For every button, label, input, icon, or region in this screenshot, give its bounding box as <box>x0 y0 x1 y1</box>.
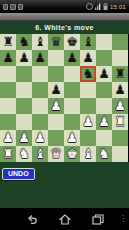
square-g8[interactable] <box>96 34 112 50</box>
square-e1[interactable]: ♚ <box>64 146 80 162</box>
square-c2[interactable]: ♟ <box>32 130 48 146</box>
square-d5[interactable]: ♟ <box>48 82 64 98</box>
square-b3[interactable] <box>16 114 32 130</box>
square-g6[interactable]: ♟ <box>96 66 112 82</box>
square-f2[interactable] <box>80 130 96 146</box>
square-h2[interactable] <box>112 130 128 146</box>
square-d7[interactable] <box>48 50 64 66</box>
piece-white-pawn: ♟ <box>2 130 14 146</box>
square-f6[interactable]: ♞ <box>80 66 96 82</box>
square-b4[interactable] <box>16 98 32 114</box>
square-a6[interactable] <box>0 66 16 82</box>
piece-white-pawn: ♟ <box>82 114 94 130</box>
piece-white-bishop: ♝ <box>82 146 94 162</box>
signal-icon <box>95 3 101 10</box>
piece-white-rook: ♜ <box>114 114 126 130</box>
square-a5[interactable] <box>0 82 16 98</box>
square-c1[interactable]: ♝ <box>32 146 48 162</box>
piece-white-rook: ♜ <box>2 146 14 162</box>
piece-black-pawn: ♟ <box>82 50 94 66</box>
piece-black-queen: ♛ <box>50 34 62 50</box>
move-status-text: 6. White's move <box>0 21 129 34</box>
square-b5[interactable] <box>16 82 32 98</box>
piece-black-bishop: ♝ <box>82 34 94 50</box>
square-f5[interactable] <box>80 82 96 98</box>
square-f8[interactable]: ♝ <box>80 34 96 50</box>
battery-icon <box>103 3 108 10</box>
square-d3[interactable] <box>48 114 64 130</box>
piece-black-knight: ♞ <box>18 34 30 50</box>
square-f4[interactable] <box>80 98 96 114</box>
clock-text: 15:01 <box>110 4 126 10</box>
square-h7[interactable] <box>112 50 128 66</box>
square-f1[interactable]: ♝ <box>80 146 96 162</box>
square-e6[interactable] <box>64 66 80 82</box>
square-c8[interactable]: ♝ <box>32 34 48 50</box>
piece-black-rook: ♜ <box>114 66 126 82</box>
gallery-icon <box>18 4 23 10</box>
square-c3[interactable] <box>32 114 48 130</box>
square-h1[interactable] <box>112 146 128 162</box>
home-button[interactable] <box>59 214 71 225</box>
piece-white-pawn: ♟ <box>50 98 62 114</box>
square-g7[interactable] <box>96 50 112 66</box>
title-bar: easy <box>0 13 129 21</box>
piece-black-pawn: ♟ <box>18 50 30 66</box>
square-e2[interactable]: ♟ <box>64 130 80 146</box>
square-e4[interactable] <box>64 98 80 114</box>
square-c4[interactable] <box>32 98 48 114</box>
piece-white-pawn: ♟ <box>18 130 30 146</box>
square-a2[interactable]: ♟ <box>0 130 16 146</box>
recents-icon <box>92 214 104 225</box>
square-g5[interactable] <box>96 82 112 98</box>
piece-black-knight: ♞ <box>82 66 94 82</box>
square-d6[interactable] <box>48 66 64 82</box>
square-g3[interactable]: ♟ <box>96 114 112 130</box>
piece-white-pawn: ♟ <box>66 130 78 146</box>
piece-white-bishop: ♝ <box>34 146 46 162</box>
square-d1[interactable]: ♛ <box>48 146 64 162</box>
lower-panel: UNDO <box>0 162 129 208</box>
piece-white-knight: ♞ <box>98 146 110 162</box>
piece-black-pawn: ♟ <box>2 50 14 66</box>
undo-button[interactable]: UNDO <box>2 168 35 180</box>
square-h4[interactable]: ♟ <box>112 98 128 114</box>
square-b8[interactable]: ♞ <box>16 34 32 50</box>
square-h6[interactable]: ♜ <box>112 66 128 82</box>
square-g4[interactable] <box>96 98 112 114</box>
square-g1[interactable]: ♞ <box>96 146 112 162</box>
piece-white-pawn: ♟ <box>34 130 46 146</box>
piece-black-pawn: ♟ <box>98 66 110 82</box>
piece-black-king: ♚ <box>66 34 78 50</box>
silent-mode-icon <box>86 3 93 10</box>
square-b1[interactable]: ♞ <box>16 146 32 162</box>
piece-black-bishop: ♝ <box>34 34 46 50</box>
sdcard-icon <box>10 4 16 10</box>
square-f7[interactable]: ♟ <box>80 50 96 66</box>
piece-black-rook: ♜ <box>2 34 14 50</box>
navigation-bar: ⋮ <box>0 208 129 230</box>
square-a1[interactable]: ♜ <box>0 146 16 162</box>
square-a8[interactable]: ♜ <box>0 34 16 50</box>
piece-black-pawn: ♟ <box>50 82 62 98</box>
square-h3[interactable]: ♜ <box>112 114 128 130</box>
square-c5[interactable] <box>32 82 48 98</box>
back-button[interactable] <box>26 214 38 225</box>
square-a4[interactable] <box>0 98 16 114</box>
chess-board: ♜♞♝♛♚♝♟♟♟♟♟♞♟♜♟♟♟♟♟♟♜♟♟♟♟♜♞♝♛♚♝♞ <box>0 34 128 162</box>
square-e3[interactable] <box>64 114 80 130</box>
status-bar: 15:01 <box>0 0 129 13</box>
square-c7[interactable]: ♟ <box>32 50 48 66</box>
square-f3[interactable]: ♟ <box>80 114 96 130</box>
piece-black-pawn: ♟ <box>114 82 126 98</box>
square-a3[interactable] <box>0 114 16 130</box>
app-screen: 15:01 easy 6. White's move ♜♞♝♛♚♝♟♟♟♟♟♞♟… <box>0 0 129 230</box>
square-d4[interactable]: ♟ <box>48 98 64 114</box>
piece-black-pawn: ♟ <box>34 50 46 66</box>
piece-black-pawn: ♟ <box>66 50 78 66</box>
square-d8[interactable]: ♛ <box>48 34 64 50</box>
square-b2[interactable]: ♟ <box>16 130 32 146</box>
square-e7[interactable]: ♟ <box>64 50 80 66</box>
piece-white-queen: ♛ <box>50 146 62 162</box>
square-a7[interactable]: ♟ <box>0 50 16 66</box>
back-icon <box>26 214 38 225</box>
square-b7[interactable]: ♟ <box>16 50 32 66</box>
piece-white-king: ♚ <box>66 146 78 162</box>
square-h5[interactable]: ♟ <box>112 82 128 98</box>
square-g2[interactable] <box>96 130 112 146</box>
square-d2[interactable] <box>48 130 64 146</box>
recents-button[interactable] <box>92 214 104 225</box>
home-icon <box>59 214 71 225</box>
square-b6[interactable] <box>16 66 32 82</box>
square-e8[interactable]: ♚ <box>64 34 80 50</box>
overflow-menu-icon[interactable]: ⋮ <box>119 215 127 223</box>
square-c6[interactable] <box>32 66 48 82</box>
square-h8[interactable] <box>112 34 128 50</box>
piece-white-pawn: ♟ <box>114 98 126 114</box>
piece-white-knight: ♞ <box>18 146 30 162</box>
usb-icon <box>3 4 8 10</box>
square-e5[interactable] <box>64 82 80 98</box>
piece-white-pawn: ♟ <box>98 114 110 130</box>
